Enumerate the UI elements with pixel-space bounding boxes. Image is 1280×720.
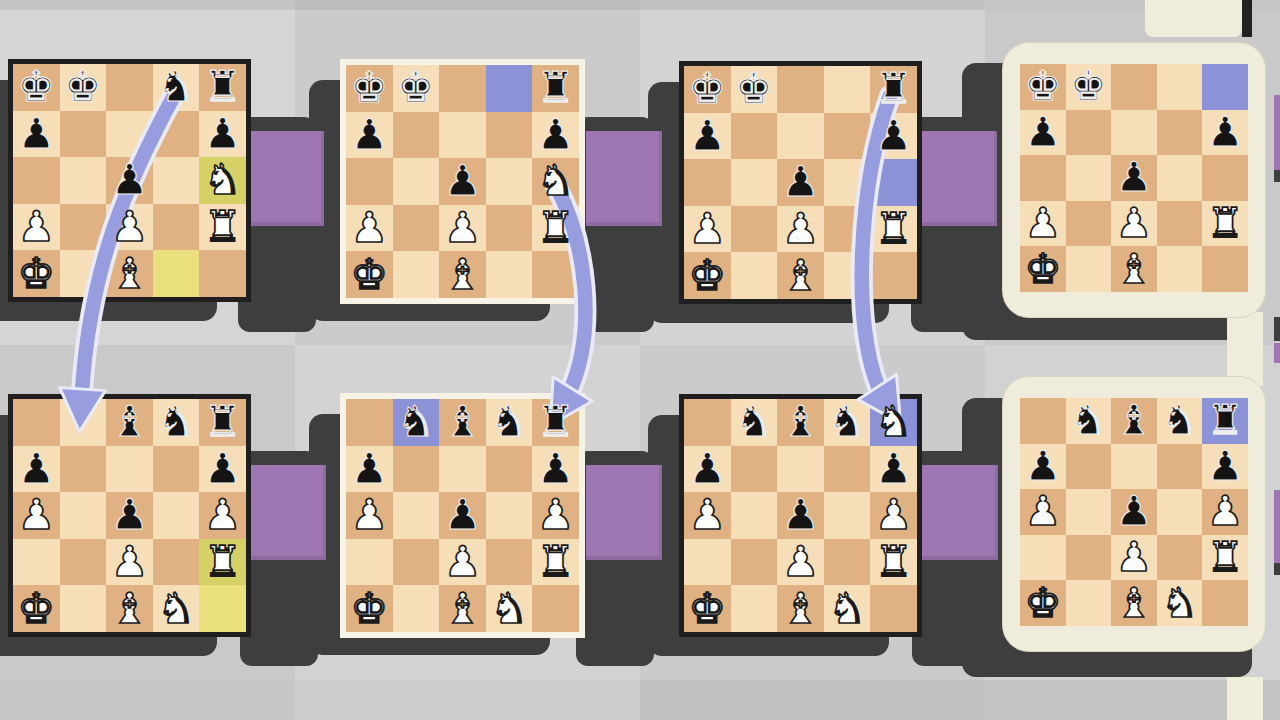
white-pawn[interactable]: ♟ [1207, 491, 1244, 532]
black-knight[interactable]: ♞ [157, 401, 195, 443]
square-b2[interactable] [60, 204, 107, 251]
square-d5[interactable]: ♞ [1157, 398, 1203, 444]
square-e4[interactable]: ♟ [870, 446, 917, 493]
square-e2[interactable]: ♜ [532, 205, 579, 252]
square-e4[interactable]: ♟ [532, 112, 579, 159]
square-d2[interactable] [824, 539, 871, 586]
square-e2[interactable]: ♜ [870, 206, 917, 253]
white-rook[interactable]: ♜ [204, 541, 242, 583]
square-c5[interactable]: ♝ [439, 399, 486, 446]
square-d1[interactable]: ♞ [486, 585, 533, 632]
black-pawn[interactable]: ♟ [1207, 112, 1244, 153]
black-king[interactable]: ♚ [688, 68, 726, 110]
square-e2[interactable]: ♜ [199, 204, 246, 251]
square-e1[interactable] [199, 250, 246, 297]
square-e3[interactable]: ♞ [199, 157, 246, 204]
square-b2[interactable] [60, 539, 107, 586]
black-rook[interactable]: ♜ [875, 68, 913, 110]
square-e3[interactable]: ♟ [532, 492, 579, 539]
white-bishop[interactable]: ♝ [111, 588, 149, 630]
square-b3[interactable] [731, 492, 778, 539]
square-c1[interactable]: ♝ [106, 585, 153, 632]
square-d4[interactable] [824, 113, 871, 160]
square-e5[interactable]: ♜ [199, 399, 246, 446]
square-c5[interactable] [439, 65, 486, 112]
square-a1[interactable]: ♚ [346, 585, 393, 632]
square-a2[interactable] [13, 539, 60, 586]
black-pawn[interactable]: ♟ [350, 448, 388, 490]
black-pawn[interactable]: ♟ [1024, 112, 1061, 153]
square-c3[interactable]: ♟ [777, 159, 824, 206]
square-e4[interactable]: ♟ [199, 446, 246, 493]
square-e3[interactable]: ♟ [199, 492, 246, 539]
square-e1[interactable] [870, 585, 917, 632]
square-e3[interactable] [870, 159, 917, 206]
square-a2[interactable]: ♟ [346, 205, 393, 252]
square-c4[interactable] [1111, 110, 1157, 156]
square-e3[interactable] [1202, 155, 1248, 201]
board-bottom-2[interactable]: ♞♝♞♜♟♟♟♟♟♟♜♚♝♞ [340, 393, 585, 638]
square-c3[interactable]: ♟ [106, 492, 153, 539]
square-b1[interactable] [393, 585, 440, 632]
black-rook[interactable]: ♜ [537, 67, 575, 109]
square-d1[interactable] [153, 250, 200, 297]
square-a4[interactable]: ♟ [1020, 110, 1066, 156]
square-d1[interactable]: ♞ [153, 585, 200, 632]
black-king[interactable]: ♚ [735, 68, 773, 110]
white-king[interactable]: ♚ [17, 588, 55, 630]
square-e2[interactable]: ♜ [1202, 201, 1248, 247]
square-d5[interactable]: ♞ [153, 399, 200, 446]
square-d3[interactable] [1157, 155, 1203, 201]
square-a2[interactable]: ♟ [13, 204, 60, 251]
white-rook[interactable]: ♜ [537, 207, 575, 249]
square-d2[interactable] [153, 204, 200, 251]
white-knight[interactable]: ♞ [204, 159, 242, 201]
square-e5[interactable]: ♜ [1202, 398, 1248, 444]
square-e4[interactable]: ♟ [1202, 444, 1248, 490]
black-pawn[interactable]: ♟ [875, 115, 913, 157]
square-d5[interactable]: ♞ [486, 399, 533, 446]
square-a5[interactable] [13, 399, 60, 446]
square-d3[interactable] [824, 492, 871, 539]
square-d1[interactable] [1157, 246, 1203, 292]
square-c1[interactable]: ♝ [439, 251, 486, 298]
board-top-1[interactable]: ♚♚♞♜♟♟♟♞♟♟♜♚♝ [8, 59, 251, 302]
white-king[interactable]: ♚ [688, 255, 726, 297]
square-b2[interactable] [1066, 535, 1112, 581]
square-a2[interactable]: ♟ [684, 206, 731, 253]
square-b3[interactable] [60, 157, 107, 204]
square-a4[interactable]: ♟ [346, 446, 393, 493]
square-c2[interactable]: ♟ [1111, 535, 1157, 581]
square-a5[interactable] [346, 399, 393, 446]
square-e5[interactable]: ♜ [532, 399, 579, 446]
square-a5[interactable]: ♚ [684, 66, 731, 113]
black-rook[interactable]: ♜ [204, 66, 242, 108]
square-a1[interactable]: ♚ [1020, 246, 1066, 292]
square-d4[interactable] [153, 446, 200, 493]
square-c5[interactable] [1111, 64, 1157, 110]
square-c1[interactable]: ♝ [439, 585, 486, 632]
square-b4[interactable] [393, 446, 440, 493]
black-rook[interactable]: ♜ [1207, 400, 1244, 441]
square-a2[interactable] [684, 539, 731, 586]
black-bishop[interactable]: ♝ [782, 401, 820, 443]
square-b4[interactable] [1066, 444, 1112, 490]
black-pawn[interactable]: ♟ [1024, 446, 1061, 487]
black-king[interactable]: ♚ [397, 67, 435, 109]
square-e2[interactable]: ♜ [199, 539, 246, 586]
black-pawn[interactable]: ♟ [688, 115, 726, 157]
square-d4[interactable] [486, 446, 533, 493]
black-pawn[interactable]: ♟ [1116, 157, 1153, 198]
board-top-2[interactable]: ♚♚♜♟♟♟♞♟♟♜♚♝ [340, 59, 585, 304]
white-king[interactable]: ♚ [350, 588, 388, 630]
white-pawn[interactable]: ♟ [875, 494, 913, 536]
square-a5[interactable]: ♚ [13, 64, 60, 111]
square-a4[interactable]: ♟ [346, 112, 393, 159]
square-d2[interactable] [153, 539, 200, 586]
black-bishop[interactable]: ♝ [444, 401, 482, 443]
square-e2[interactable]: ♜ [1202, 535, 1248, 581]
white-pawn[interactable]: ♟ [111, 541, 149, 583]
square-a3[interactable]: ♟ [346, 492, 393, 539]
white-pawn[interactable]: ♟ [350, 494, 388, 536]
square-a1[interactable]: ♚ [1020, 580, 1066, 626]
square-e4[interactable]: ♟ [532, 446, 579, 493]
white-pawn[interactable]: ♟ [204, 494, 242, 536]
white-rook[interactable]: ♜ [875, 208, 913, 250]
square-d4[interactable] [824, 446, 871, 493]
square-b5[interactable]: ♚ [731, 66, 778, 113]
square-b1[interactable] [393, 251, 440, 298]
square-b5[interactable]: ♞ [1066, 398, 1112, 444]
square-c1[interactable]: ♝ [1111, 246, 1157, 292]
square-c2[interactable]: ♟ [1111, 201, 1157, 247]
white-king[interactable]: ♚ [1024, 583, 1061, 624]
square-d3[interactable] [486, 492, 533, 539]
white-rook[interactable]: ♜ [204, 206, 242, 248]
board-top-4-present[interactable]: ♚♚♟♟♟♟♟♜♚♝ [1020, 64, 1248, 292]
square-a5[interactable]: ♚ [346, 65, 393, 112]
square-b5[interactable]: ♞ [393, 399, 440, 446]
square-d4[interactable] [1157, 444, 1203, 490]
black-pawn[interactable]: ♟ [1207, 446, 1244, 487]
square-a1[interactable]: ♚ [684, 252, 731, 299]
square-a4[interactable]: ♟ [13, 111, 60, 158]
white-pawn[interactable]: ♟ [1116, 203, 1153, 244]
square-b1[interactable] [731, 252, 778, 299]
square-c5[interactable]: ♝ [106, 399, 153, 446]
black-pawn[interactable]: ♟ [782, 494, 820, 536]
black-pawn[interactable]: ♟ [782, 161, 820, 203]
square-b4[interactable] [60, 111, 107, 158]
square-c1[interactable]: ♝ [106, 250, 153, 297]
black-pawn[interactable]: ♟ [444, 494, 482, 536]
square-d2[interactable] [486, 539, 533, 586]
square-d4[interactable] [486, 112, 533, 159]
white-pawn[interactable]: ♟ [1116, 537, 1153, 578]
square-b1[interactable] [1066, 246, 1112, 292]
square-c4[interactable] [777, 446, 824, 493]
square-e4[interactable]: ♟ [870, 113, 917, 160]
black-knight[interactable]: ♞ [157, 66, 195, 108]
square-c1[interactable]: ♝ [777, 585, 824, 632]
square-e1[interactable] [1202, 246, 1248, 292]
square-b3[interactable] [60, 492, 107, 539]
square-a1[interactable]: ♚ [684, 585, 731, 632]
black-king[interactable]: ♚ [1024, 66, 1061, 107]
square-b4[interactable] [1066, 110, 1112, 156]
square-c5[interactable] [777, 66, 824, 113]
square-c4[interactable] [777, 113, 824, 160]
black-pawn[interactable]: ♟ [111, 159, 149, 201]
square-d1[interactable]: ♞ [1157, 580, 1203, 626]
black-bishop[interactable]: ♝ [111, 401, 149, 443]
square-d2[interactable] [486, 205, 533, 252]
white-pawn[interactable]: ♟ [1024, 203, 1061, 244]
white-bishop[interactable]: ♝ [1116, 249, 1153, 290]
square-c3[interactable]: ♟ [439, 158, 486, 205]
white-pawn[interactable]: ♟ [17, 206, 55, 248]
white-knight[interactable]: ♞ [157, 588, 195, 630]
square-d1[interactable] [824, 252, 871, 299]
black-pawn[interactable]: ♟ [537, 114, 575, 156]
square-c2[interactable]: ♟ [106, 539, 153, 586]
square-a3[interactable] [346, 158, 393, 205]
black-pawn[interactable]: ♟ [537, 448, 575, 490]
white-bishop[interactable]: ♝ [444, 254, 482, 296]
white-pawn[interactable]: ♟ [444, 207, 482, 249]
square-c2[interactable]: ♟ [777, 539, 824, 586]
square-c3[interactable]: ♟ [777, 492, 824, 539]
black-knight[interactable]: ♞ [735, 401, 773, 443]
square-d1[interactable]: ♞ [824, 585, 871, 632]
square-b3[interactable] [393, 158, 440, 205]
black-knight[interactable]: ♞ [490, 401, 528, 443]
square-b4[interactable] [731, 113, 778, 160]
square-e5[interactable] [1202, 64, 1248, 110]
square-b2[interactable] [393, 205, 440, 252]
board-bottom-3[interactable]: ♞♝♞♞♟♟♟♟♟♟♜♚♝♞ [679, 394, 922, 637]
square-a4[interactable]: ♟ [684, 113, 731, 160]
square-b1[interactable] [60, 585, 107, 632]
square-b3[interactable] [731, 159, 778, 206]
white-pawn[interactable]: ♟ [444, 541, 482, 583]
black-knight[interactable]: ♞ [1161, 400, 1198, 441]
white-pawn[interactable]: ♟ [688, 494, 726, 536]
square-d2[interactable] [824, 206, 871, 253]
white-bishop[interactable]: ♝ [1116, 583, 1153, 624]
square-d5[interactable] [486, 65, 533, 112]
black-pawn[interactable]: ♟ [350, 114, 388, 156]
square-b5[interactable]: ♚ [1066, 64, 1112, 110]
square-b4[interactable] [393, 112, 440, 159]
square-d4[interactable] [153, 111, 200, 158]
white-rook[interactable]: ♜ [537, 541, 575, 583]
black-pawn[interactable]: ♟ [1116, 491, 1153, 532]
square-e4[interactable]: ♟ [199, 111, 246, 158]
square-c4[interactable] [1111, 444, 1157, 490]
black-bishop[interactable]: ♝ [1116, 400, 1153, 441]
square-b4[interactable] [60, 446, 107, 493]
white-pawn[interactable]: ♟ [111, 206, 149, 248]
black-pawn[interactable]: ♟ [17, 113, 55, 155]
square-e4[interactable]: ♟ [1202, 110, 1248, 156]
square-d5[interactable]: ♞ [824, 399, 871, 446]
square-c2[interactable]: ♟ [439, 205, 486, 252]
square-c3[interactable]: ♟ [439, 492, 486, 539]
square-c5[interactable]: ♝ [777, 399, 824, 446]
square-e5[interactable]: ♜ [199, 64, 246, 111]
square-e5[interactable]: ♜ [532, 65, 579, 112]
black-pawn[interactable]: ♟ [111, 494, 149, 536]
black-rook[interactable]: ♜ [537, 401, 575, 443]
white-rook[interactable]: ♜ [1207, 203, 1244, 244]
square-e1[interactable] [532, 585, 579, 632]
square-c4[interactable] [439, 112, 486, 159]
square-e2[interactable]: ♜ [870, 539, 917, 586]
square-b2[interactable] [393, 539, 440, 586]
square-d1[interactable] [486, 251, 533, 298]
board-bottom-1[interactable]: ♝♞♜♟♟♟♟♟♟♜♚♝♞ [8, 394, 251, 637]
black-pawn[interactable]: ♟ [688, 448, 726, 490]
square-c4[interactable] [106, 446, 153, 493]
white-king[interactable]: ♚ [350, 254, 388, 296]
white-rook[interactable]: ♜ [1207, 537, 1244, 578]
square-a3[interactable]: ♟ [684, 492, 731, 539]
black-pawn[interactable]: ♟ [875, 448, 913, 490]
square-e2[interactable]: ♜ [532, 539, 579, 586]
black-king[interactable]: ♚ [1070, 66, 1107, 107]
square-a3[interactable]: ♟ [13, 492, 60, 539]
square-a2[interactable]: ♟ [1020, 201, 1066, 247]
white-pawn[interactable]: ♟ [17, 494, 55, 536]
square-c4[interactable] [106, 111, 153, 158]
black-pawn[interactable]: ♟ [17, 448, 55, 490]
square-e1[interactable] [870, 252, 917, 299]
black-king[interactable]: ♚ [64, 66, 102, 108]
square-a1[interactable]: ♚ [13, 585, 60, 632]
square-b4[interactable] [731, 446, 778, 493]
white-bishop[interactable]: ♝ [111, 253, 149, 295]
square-a2[interactable] [1020, 535, 1066, 581]
square-a5[interactable]: ♚ [1020, 64, 1066, 110]
square-c2[interactable]: ♟ [106, 204, 153, 251]
square-e1[interactable] [199, 585, 246, 632]
square-b3[interactable] [1066, 489, 1112, 535]
square-e3[interactable]: ♞ [532, 158, 579, 205]
white-king[interactable]: ♚ [17, 253, 55, 295]
square-b2[interactable] [731, 539, 778, 586]
white-knight[interactable]: ♞ [875, 401, 913, 443]
square-b3[interactable] [1066, 155, 1112, 201]
square-a4[interactable]: ♟ [1020, 444, 1066, 490]
white-knight[interactable]: ♞ [490, 588, 528, 630]
square-d5[interactable] [824, 66, 871, 113]
square-b2[interactable] [731, 206, 778, 253]
square-c3[interactable]: ♟ [106, 157, 153, 204]
square-b5[interactable] [60, 399, 107, 446]
square-a3[interactable] [1020, 155, 1066, 201]
square-d3[interactable] [486, 158, 533, 205]
square-b5[interactable]: ♚ [393, 65, 440, 112]
square-a5[interactable] [684, 399, 731, 446]
square-a3[interactable] [684, 159, 731, 206]
square-e1[interactable] [532, 251, 579, 298]
square-d3[interactable] [153, 492, 200, 539]
board-top-3[interactable]: ♚♚♜♟♟♟♟♟♜♚♝ [679, 61, 922, 304]
square-c1[interactable]: ♝ [777, 252, 824, 299]
square-c2[interactable]: ♟ [439, 539, 486, 586]
white-king[interactable]: ♚ [1024, 249, 1061, 290]
square-c5[interactable]: ♝ [1111, 398, 1157, 444]
white-knight[interactable]: ♞ [1161, 583, 1198, 624]
square-a4[interactable]: ♟ [684, 446, 731, 493]
square-a5[interactable] [1020, 398, 1066, 444]
square-d4[interactable] [1157, 110, 1203, 156]
square-c1[interactable]: ♝ [1111, 580, 1157, 626]
square-d2[interactable] [1157, 201, 1203, 247]
white-pawn[interactable]: ♟ [688, 208, 726, 250]
square-d5[interactable] [1157, 64, 1203, 110]
black-pawn[interactable]: ♟ [204, 448, 242, 490]
square-d2[interactable] [1157, 535, 1203, 581]
square-d3[interactable] [153, 157, 200, 204]
square-a3[interactable] [13, 157, 60, 204]
square-b2[interactable] [1066, 201, 1112, 247]
white-bishop[interactable]: ♝ [782, 588, 820, 630]
square-b5[interactable]: ♚ [60, 64, 107, 111]
square-a1[interactable]: ♚ [346, 251, 393, 298]
square-e3[interactable]: ♟ [870, 492, 917, 539]
black-king[interactable]: ♚ [17, 66, 55, 108]
black-king[interactable]: ♚ [350, 67, 388, 109]
black-pawn[interactable]: ♟ [204, 113, 242, 155]
black-pawn[interactable]: ♟ [444, 160, 482, 202]
square-b1[interactable] [731, 585, 778, 632]
square-b1[interactable] [60, 250, 107, 297]
square-d3[interactable] [1157, 489, 1203, 535]
white-pawn[interactable]: ♟ [1024, 491, 1061, 532]
black-knight[interactable]: ♞ [1070, 400, 1107, 441]
square-c4[interactable] [439, 446, 486, 493]
square-a1[interactable]: ♚ [13, 250, 60, 297]
square-c5[interactable] [106, 64, 153, 111]
white-king[interactable]: ♚ [688, 588, 726, 630]
black-rook[interactable]: ♜ [204, 401, 242, 443]
white-bishop[interactable]: ♝ [444, 588, 482, 630]
square-c2[interactable]: ♟ [777, 206, 824, 253]
white-pawn[interactable]: ♟ [782, 208, 820, 250]
square-e1[interactable] [1202, 580, 1248, 626]
square-e3[interactable]: ♟ [1202, 489, 1248, 535]
white-pawn[interactable]: ♟ [782, 541, 820, 583]
white-knight[interactable]: ♞ [537, 160, 575, 202]
white-bishop[interactable]: ♝ [782, 255, 820, 297]
white-pawn[interactable]: ♟ [350, 207, 388, 249]
square-a4[interactable]: ♟ [13, 446, 60, 493]
white-pawn[interactable]: ♟ [537, 494, 575, 536]
square-e5[interactable]: ♜ [870, 66, 917, 113]
square-c3[interactable]: ♟ [1111, 155, 1157, 201]
black-knight[interactable]: ♞ [397, 401, 435, 443]
square-b3[interactable] [393, 492, 440, 539]
square-b5[interactable]: ♞ [731, 399, 778, 446]
square-e5[interactable]: ♞ [870, 399, 917, 446]
white-rook[interactable]: ♜ [875, 541, 913, 583]
